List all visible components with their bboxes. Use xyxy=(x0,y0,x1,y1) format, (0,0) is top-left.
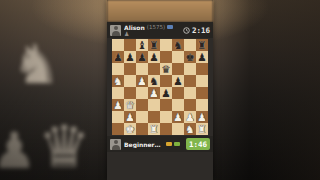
square-a4[interactable] xyxy=(112,87,124,99)
avatar-head-icon xyxy=(114,140,118,144)
white-knight-piece[interactable]: ♞ xyxy=(184,123,196,135)
white-pawn-piece[interactable]: ♟ xyxy=(124,111,136,123)
bottom-player-bar: BeginnerChess176 1:46 xyxy=(107,136,213,152)
black-pawn-piece[interactable]: ♟ xyxy=(112,51,124,63)
black-pawn-piece[interactable]: ♟ xyxy=(160,87,172,99)
square-a7[interactable]: ♟ xyxy=(112,51,124,63)
white-pawn-piece[interactable]: ♟ xyxy=(196,111,208,123)
square-h6[interactable] xyxy=(196,63,208,75)
avatar-body-icon xyxy=(112,31,120,36)
square-g2[interactable]: ♟ xyxy=(184,111,196,123)
white-pawn-piece[interactable]: ♟ xyxy=(172,111,184,123)
square-c3[interactable] xyxy=(136,99,148,111)
square-c8[interactable]: ♝ xyxy=(136,39,148,51)
top-player-bar: Alison (1575) ♟ 2:16 xyxy=(107,22,213,38)
avatar-head-icon xyxy=(114,26,118,30)
black-king-piece[interactable]: ♚ xyxy=(184,51,196,63)
black-pawn-piece[interactable]: ♟ xyxy=(124,51,136,63)
flair-icon xyxy=(166,142,172,147)
square-a8[interactable] xyxy=(112,39,124,51)
square-f5[interactable]: ♟ xyxy=(172,75,184,87)
square-e5[interactable] xyxy=(160,75,172,87)
square-a1[interactable] xyxy=(112,123,124,135)
white-pawn-piece[interactable]: ♟ xyxy=(148,87,160,99)
square-c4[interactable] xyxy=(136,87,148,99)
black-knight-piece[interactable]: ♞ xyxy=(172,39,184,51)
square-f2[interactable]: ♟ xyxy=(172,111,184,123)
square-e4[interactable]: ♟ xyxy=(160,87,172,99)
square-d8[interactable]: ♜ xyxy=(148,39,160,51)
square-g8[interactable] xyxy=(184,39,196,51)
square-a6[interactable] xyxy=(112,63,124,75)
square-h1[interactable]: ♜ xyxy=(196,123,208,135)
square-a2[interactable] xyxy=(112,111,124,123)
white-pawn-piece[interactable]: ♟ xyxy=(136,75,148,87)
square-f7[interactable] xyxy=(172,51,184,63)
top-player-rating: (1575) xyxy=(147,24,165,30)
square-b5[interactable] xyxy=(124,75,136,87)
square-e1[interactable] xyxy=(160,123,172,135)
black-pawn-piece[interactable]: ♟ xyxy=(172,75,184,87)
screenshot-root: ♞ ♟ ♛ Alison (1575) ♟ xyxy=(0,0,320,180)
top-player-avatar[interactable] xyxy=(110,25,121,36)
top-clock: 2:16 xyxy=(183,26,210,35)
square-d4[interactable]: ♟ xyxy=(148,87,160,99)
square-b7[interactable]: ♟ xyxy=(124,51,136,63)
square-h2[interactable]: ♟ xyxy=(196,111,208,123)
black-pawn-piece[interactable]: ♟ xyxy=(196,51,208,63)
chess-board: ♝♜♞♜♟♟♟♟♚♟♛♞♟♞♟♟♟♟♛♟♟♟♟♚♜♞♜ xyxy=(112,39,208,135)
phone-strip: Alison (1575) ♟ 2:16 ♝♜♞♜♟♟♟♟♚♟♛♞♟♞♟♟♟♟♛… xyxy=(107,0,213,180)
square-g1[interactable]: ♞ xyxy=(184,123,196,135)
bottom-clock-time: 1:46 xyxy=(189,140,207,149)
white-king-piece[interactable]: ♚ xyxy=(124,123,136,135)
square-g6[interactable] xyxy=(184,63,196,75)
square-d6[interactable] xyxy=(148,63,160,75)
square-h3[interactable] xyxy=(196,99,208,111)
black-bishop-piece[interactable]: ♝ xyxy=(136,39,148,51)
square-e3[interactable] xyxy=(160,99,172,111)
square-f6[interactable] xyxy=(172,63,184,75)
square-c5[interactable]: ♟ xyxy=(136,75,148,87)
square-c6[interactable] xyxy=(136,63,148,75)
square-g4[interactable] xyxy=(184,87,196,99)
square-g7[interactable]: ♚ xyxy=(184,51,196,63)
white-rook-piece[interactable]: ♜ xyxy=(148,123,160,135)
bottom-player-avatar[interactable] xyxy=(110,139,121,150)
black-rook-piece[interactable]: ♜ xyxy=(196,39,208,51)
square-h4[interactable] xyxy=(196,87,208,99)
square-d5[interactable]: ♞ xyxy=(148,75,160,87)
strip-top-blur xyxy=(107,0,213,22)
square-c2[interactable] xyxy=(136,111,148,123)
square-e8[interactable] xyxy=(160,39,172,51)
avatar-body-icon xyxy=(112,145,120,150)
square-d7[interactable]: ♟ xyxy=(148,51,160,63)
square-h7[interactable]: ♟ xyxy=(196,51,208,63)
square-d2[interactable] xyxy=(148,111,160,123)
square-f8[interactable]: ♞ xyxy=(172,39,184,51)
square-e7[interactable] xyxy=(160,51,172,63)
square-f4[interactable] xyxy=(172,87,184,99)
square-b3[interactable]: ♛ xyxy=(124,99,136,111)
white-knight-piece[interactable]: ♞ xyxy=(112,75,124,87)
square-b2[interactable]: ♟ xyxy=(124,111,136,123)
square-a5[interactable]: ♞ xyxy=(112,75,124,87)
square-f3[interactable] xyxy=(172,99,184,111)
flag-icon xyxy=(167,25,173,30)
white-queen-piece[interactable]: ♛ xyxy=(124,99,136,111)
square-a3[interactable]: ♟ xyxy=(112,99,124,111)
square-e2[interactable] xyxy=(160,111,172,123)
square-g3[interactable] xyxy=(184,99,196,111)
square-d3[interactable] xyxy=(148,99,160,111)
white-rook-piece[interactable]: ♜ xyxy=(196,123,208,135)
white-pawn-piece[interactable]: ♟ xyxy=(184,111,196,123)
square-h5[interactable] xyxy=(196,75,208,87)
white-pawn-piece[interactable]: ♟ xyxy=(112,99,124,111)
top-captured-pieces: ♟ xyxy=(124,31,183,37)
bottom-clock-active: 1:46 xyxy=(186,138,210,150)
square-g5[interactable] xyxy=(184,75,196,87)
square-b8[interactable] xyxy=(124,39,136,51)
square-h8[interactable]: ♜ xyxy=(196,39,208,51)
clock-icon xyxy=(183,27,190,34)
square-b6[interactable] xyxy=(124,63,136,75)
black-pawn-piece[interactable]: ♟ xyxy=(148,51,160,63)
square-d1[interactable]: ♜ xyxy=(148,123,160,135)
bottom-player-name[interactable]: BeginnerChess176 xyxy=(124,141,164,148)
black-queen-piece[interactable]: ♛ xyxy=(160,63,172,75)
square-b4[interactable] xyxy=(124,87,136,99)
square-c7[interactable]: ♟ xyxy=(136,51,148,63)
black-knight-piece[interactable]: ♞ xyxy=(148,75,160,87)
black-rook-piece[interactable]: ♜ xyxy=(148,39,160,51)
black-pawn-piece[interactable]: ♟ xyxy=(136,51,148,63)
square-f1[interactable] xyxy=(172,123,184,135)
top-clock-time: 2:16 xyxy=(192,26,210,35)
square-c1[interactable] xyxy=(136,123,148,135)
flair-icon xyxy=(174,142,180,147)
square-b1[interactable]: ♚ xyxy=(124,123,136,135)
square-e6[interactable]: ♛ xyxy=(160,63,172,75)
